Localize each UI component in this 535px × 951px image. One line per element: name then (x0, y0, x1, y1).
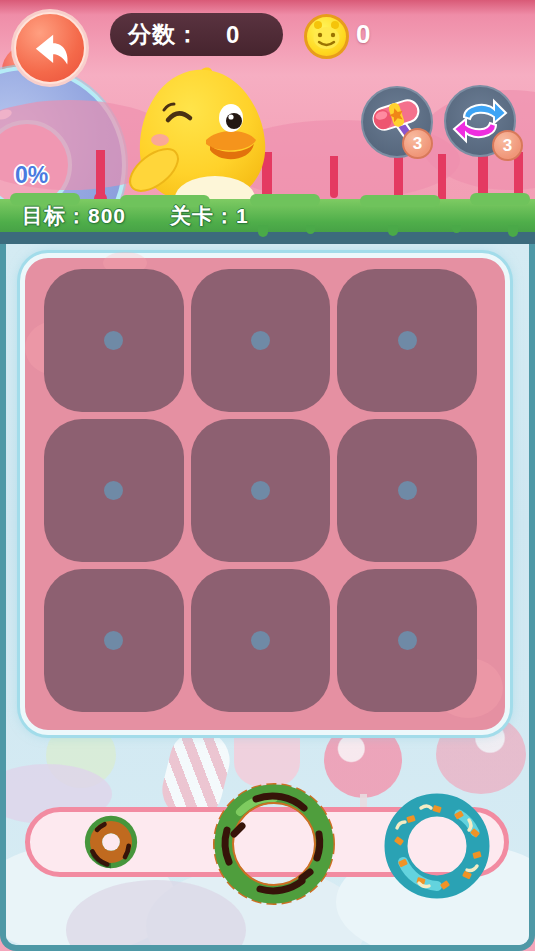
goal-value: 800 (88, 204, 126, 227)
goal-bar: 目标：800 关卡：1 (0, 199, 535, 232)
peg-dot (398, 331, 417, 350)
main-panel (0, 244, 535, 951)
game-screen: 分数： 0 0 3 (0, 0, 535, 951)
goal-bar-wave (470, 193, 530, 205)
score-label: 分数： (128, 19, 200, 50)
goal-bar-drip (306, 225, 315, 234)
level-label: 关卡： (170, 204, 236, 227)
peg-cell-r3c2[interactable] (191, 569, 331, 712)
level-value: 1 (236, 204, 249, 227)
coin-face (307, 17, 346, 56)
peg-dot (398, 631, 417, 650)
score-value: 0 (226, 21, 239, 49)
back-arrow-icon (28, 28, 72, 68)
duck-mascot (118, 58, 283, 203)
goal-display: 目标：800 (22, 202, 126, 230)
tray-ring-small-green[interactable] (83, 814, 139, 870)
peg-cell-r2c2[interactable] (191, 419, 331, 562)
goal-label: 目标： (22, 204, 88, 227)
cupcake-decoration (234, 726, 300, 786)
peg-dot (104, 481, 123, 500)
peg-cell-r1c2[interactable] (191, 269, 331, 412)
peg-dot (104, 331, 123, 350)
peg-cell-r1c3[interactable] (337, 269, 477, 412)
peg-cell-r1c1[interactable] (44, 269, 184, 412)
goal-bar-drip (388, 225, 398, 236)
game-board (20, 253, 510, 735)
coin-count: 0 (356, 19, 370, 50)
back-button-face (14, 12, 86, 84)
donut-shine (0, 108, 13, 122)
swap-count-badge: 3 (492, 130, 523, 161)
score-display: 分数： 0 (110, 13, 283, 56)
peg-cell-r2c3[interactable] (337, 419, 477, 562)
peg-dot (104, 631, 123, 650)
peg-dot (251, 481, 270, 500)
duck-blush (151, 134, 169, 146)
peg-cell-r2c1[interactable] (44, 419, 184, 562)
peg-cell-r3c3[interactable] (337, 569, 477, 712)
level-display: 关卡：1 (170, 202, 249, 230)
goal-bar-drip (258, 225, 268, 237)
hammer-count: 3 (413, 134, 422, 154)
coin-icon (304, 14, 349, 59)
goal-bar-wave (360, 195, 440, 207)
tray-ring-teal-sprinkles[interactable] (383, 792, 491, 900)
goal-bar-drip (508, 225, 518, 237)
peg-cell-r3c1[interactable] (44, 569, 184, 712)
peg-dot (251, 631, 270, 650)
peg-grid (44, 269, 477, 712)
goal-bar-wave (250, 194, 320, 206)
hammer-count-badge: 3 (402, 128, 433, 159)
back-button[interactable] (11, 9, 89, 87)
peg-dot (398, 481, 417, 500)
goal-bar-drip (452, 225, 461, 233)
tray-ring-large-green[interactable] (212, 782, 336, 906)
peg-dot (251, 331, 270, 350)
progress-percent-label: 0% (15, 162, 48, 189)
swap-count: 3 (503, 136, 512, 156)
